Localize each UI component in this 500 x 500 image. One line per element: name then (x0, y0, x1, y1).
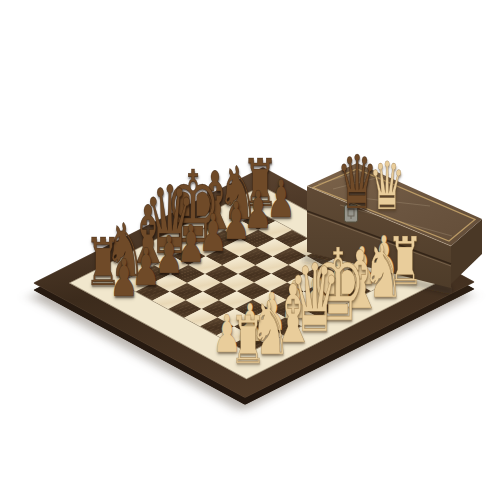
board-squares (119, 212, 390, 353)
white-queen: ♛ (369, 154, 406, 220)
chess-set-photo: ♜♞♝♛♚♝♞♜♟♟♟♟♟♟♟♟♟♟♟♟♟♟♟♟♜♞♝♛♚♝♞♜♛♛ (0, 0, 500, 500)
chess-board (33, 167, 475, 398)
black-queen: ♛ (336, 145, 377, 219)
board-maple-border (69, 186, 439, 379)
